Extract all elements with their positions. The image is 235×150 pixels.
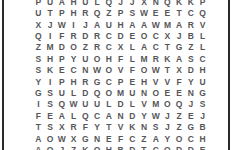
grid-cell: T [138,145,150,150]
grid-cell: X [138,0,150,8]
grid-cell: O [91,53,103,64]
grid-cell: Q [79,110,91,121]
grid-cell: C [91,110,103,121]
grid-cell: R [79,76,91,87]
grid-cell: H [44,53,56,64]
grid-cell: Z [33,42,45,53]
grid-cell: P [33,0,45,8]
grid-cell: R [91,31,103,42]
grid-cell: U [126,88,138,99]
grid-cell: C [103,76,115,87]
grid-cell: D [115,31,127,42]
grid-cell: R [79,8,91,19]
grid-cell: D [173,145,185,150]
grid-cell: T [162,65,174,76]
grid-cell: U [79,99,91,110]
grid-cell: Z [185,42,197,53]
grid-cell: U [197,76,209,87]
grid-cell: W [150,65,162,76]
grid-cell: Z [138,133,150,144]
grid-cell: B [115,145,127,150]
grid-cell: H [197,133,209,144]
grid-cell: T [173,8,185,19]
grid-cell: J [56,145,68,150]
grid-cell: C [126,133,138,144]
grid-cell: H [103,53,115,64]
grid-cell: S [33,53,45,64]
grid-cell: D [115,99,127,110]
grid-cell: G [173,42,185,53]
grid-cell: C [68,65,80,76]
grid-cell: K [44,65,56,76]
grid-cell: H [138,76,150,87]
grid-cell: Y [162,133,174,144]
grid-cell: N [115,110,127,121]
grid-cell: Y [138,110,150,121]
grid-cell: E [162,88,174,99]
grid-cell: C [197,53,209,64]
grid-cell: R [150,53,162,64]
grid-cell: Q [91,88,103,99]
grid-cell: X [173,65,185,76]
grid-cell: H [68,76,80,87]
grid-cell: C [185,133,197,144]
grid-cell: O [138,65,150,76]
grid-cell: V [162,76,174,87]
grid-cell: U [56,88,68,99]
grid-cell: X [56,122,68,133]
grid-cell: I [68,19,80,30]
word-search-grid: PUAHULQJJXNQKKPUTPHRQZPSWEETCQXJWIJAUHAA… [33,0,209,150]
grid-cell: P [115,76,127,87]
grid-cell: X [68,133,80,144]
grid-cell: L [197,42,209,53]
grid-cell: G [33,88,45,99]
grid-cell: U [91,99,103,110]
grid-cell: A [33,133,45,144]
grid-cell: L [126,99,138,110]
grid-cell: G [197,88,209,99]
grid-cell: S [44,122,56,133]
grid-cell: W [91,65,103,76]
grid-cell: J [115,0,127,8]
grid-cell: I [44,76,56,87]
grid-cell: M [162,19,174,30]
grid-cell: U [44,0,56,8]
grid-cell: O [68,42,80,53]
grid-cell: B [185,31,197,42]
grid-cell: P [197,0,209,8]
grid-cell: E [173,88,185,99]
grid-cell: Y [91,122,103,133]
grid-cell: E [56,65,68,76]
grid-cell: W [56,19,68,30]
grid-cell: H [68,8,80,19]
grid-cell: M [150,99,162,110]
grid-cell: L [68,110,80,121]
grid-cell: A [56,110,68,121]
grid-cell: Z [103,8,115,19]
grid-cell: Q [173,99,185,110]
grid-cell: N [150,0,162,8]
grid-cell: O [138,31,150,42]
grid-cell: M [44,42,56,53]
grid-cell: K [126,122,138,133]
grid-cell: A [103,110,115,121]
grid-cell: P [56,8,68,19]
grid-cell: O [162,145,174,150]
grid-cell: K [79,145,91,150]
grid-cell: L [197,31,209,42]
grid-cell: Q [91,8,103,19]
grid-cell: X [162,31,174,42]
grid-cell: L [68,88,80,99]
grid-cell: E [103,133,115,144]
grid-cell: X [115,42,127,53]
grid-cell: J [185,99,197,110]
grid-cell: U [33,8,45,19]
grid-cell: F [115,133,127,144]
grid-cell: Q [33,31,45,42]
grid-cell: N [79,65,91,76]
grid-cell: A [138,42,150,53]
grid-cell: I [44,31,56,42]
page-right-border [228,0,230,150]
grid-cell: S [150,122,162,133]
grid-cell: P [56,53,68,64]
grid-cell: F [126,65,138,76]
grid-cell: S [44,99,56,110]
grid-cell: O [91,145,103,150]
grid-cell: O [103,88,115,99]
grid-cell: O [44,145,56,150]
grid-cell: V [115,65,127,76]
grid-cell: W [150,110,162,121]
grid-cell: C [150,31,162,42]
grid-cell: T [103,122,115,133]
grid-cell: Z [173,122,185,133]
grid-cell: J [44,19,56,30]
grid-cell: O [103,65,115,76]
grid-cell: J [197,110,209,121]
grid-cell: Y [33,76,45,87]
grid-cell: F [33,110,45,121]
grid-cell: Q [162,0,174,8]
grid-cell: F [173,76,185,87]
grid-cell: S [44,88,56,99]
grid-cell: A [150,133,162,144]
grid-cell: T [33,122,45,133]
grid-cell: C [103,31,115,42]
grid-cell: R [68,122,80,133]
grid-cell: R [91,42,103,53]
grid-cell: T [162,42,174,53]
grid-cell: D [56,42,68,53]
grid-cell: X [33,19,45,30]
grid-cell: P [115,8,127,19]
grid-cell: V [150,76,162,87]
grid-cell: K [185,0,197,8]
grid-cell: M [115,88,127,99]
grid-cell: N [138,88,150,99]
grid-cell: P [56,76,68,87]
grid-cell: U [103,19,115,30]
grid-cell: A [138,19,150,30]
grid-cell: E [162,8,174,19]
grid-cell: F [79,122,91,133]
grid-cell: C [185,8,197,19]
grid-cell: H [103,145,115,150]
grid-cell: A [91,19,103,30]
grid-cell: H [115,19,127,30]
grid-cell: E [150,8,162,19]
grid-cell: C [150,145,162,150]
grid-cell: E [185,110,197,121]
grid-cell: S [33,65,45,76]
grid-cell: J [79,19,91,30]
grid-cell: E [126,76,138,87]
grid-cell: J [162,122,174,133]
grid-cell: V [138,99,150,110]
grid-cell: D [126,145,138,150]
page-left-border [2,0,4,150]
grid-cell: W [150,19,162,30]
grid-cell: A [33,145,45,150]
grid-cell: U [79,0,91,8]
grid-cell: V [197,19,209,30]
grid-cell: E [126,31,138,42]
grid-cell: L [126,42,138,53]
grid-cell: C [150,42,162,53]
grid-cell: S [197,99,209,110]
grid-cell: L [103,99,115,110]
grid-cell: G [79,133,91,144]
grid-cell: O [150,88,162,99]
grid-cell: A [173,19,185,30]
grid-cell: L [91,0,103,8]
grid-cell: A [126,19,138,30]
grid-cell: Q [56,99,68,110]
grid-cell: B [197,122,209,133]
grid-cell: E [44,110,56,121]
grid-cell: R [68,31,80,42]
grid-cell: D [185,65,197,76]
grid-cell: W [56,133,68,144]
grid-cell: T [44,8,56,19]
grid-cell: E [197,145,209,150]
grid-cell: I [33,99,45,110]
grid-cell: J [126,0,138,8]
grid-cell: Y [185,76,197,87]
grid-cell: L [126,53,138,64]
grid-cell: O [44,133,56,144]
grid-cell: C [103,42,115,53]
grid-cell: R [185,19,197,30]
grid-cell: Z [173,110,185,121]
word-search-page: PUAHULQJJXNQKKPUTPHRQZPSWEETCQXJWIJAUHAA… [0,0,235,150]
grid-cell: K [162,53,174,64]
grid-cell: H [197,65,209,76]
grid-cell: W [138,8,150,19]
grid-cell: K [173,0,185,8]
grid-cell: V [115,122,127,133]
grid-cell: U [79,53,91,64]
grid-cell: Q [197,8,209,19]
grid-cell: A [56,0,68,8]
grid-cell: Y [68,53,80,64]
grid-cell: J [162,110,174,121]
grid-cell: D [185,145,197,150]
grid-cell: D [126,110,138,121]
grid-cell: F [115,53,127,64]
grid-cell: N [185,88,197,99]
grid-cell: G [185,122,197,133]
grid-cell: N [91,133,103,144]
grid-cell: F [56,31,68,42]
grid-cell: M [138,53,150,64]
grid-cell: Q [103,0,115,8]
grid-cell: G [91,76,103,87]
grid-cell: W [68,99,80,110]
grid-cell: Z [68,145,80,150]
grid-cell: Z [79,42,91,53]
grid-cell: S [126,8,138,19]
grid-cell: D [79,31,91,42]
grid-cell: J [173,31,185,42]
grid-cell: A [173,53,185,64]
grid-cell: D [79,88,91,99]
grid-cell: O [162,99,174,110]
grid-cell: O [173,133,185,144]
grid-cell: N [138,122,150,133]
grid-cell: S [185,53,197,64]
grid-cell: H [68,0,80,8]
